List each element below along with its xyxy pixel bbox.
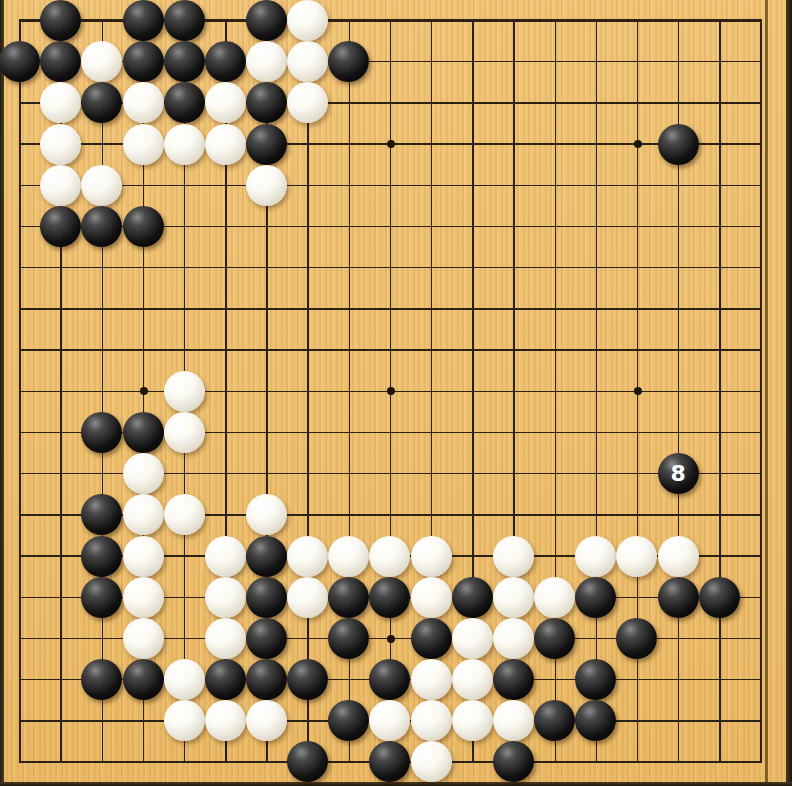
white-stone[interactable]	[287, 577, 328, 618]
white-stone[interactable]	[575, 536, 616, 577]
black-stone[interactable]	[205, 659, 246, 700]
black-stone[interactable]	[575, 700, 616, 741]
black-stone[interactable]	[40, 41, 81, 82]
move-number-label: 8	[670, 463, 685, 485]
white-stone[interactable]	[81, 41, 122, 82]
white-stone[interactable]	[205, 124, 246, 165]
white-stone[interactable]	[616, 536, 657, 577]
white-stone[interactable]	[411, 741, 452, 782]
white-stone[interactable]	[411, 700, 452, 741]
white-stone[interactable]	[246, 700, 287, 741]
black-stone[interactable]	[287, 741, 328, 782]
white-stone[interactable]	[452, 659, 493, 700]
white-stone[interactable]	[123, 618, 164, 659]
black-stone[interactable]	[123, 0, 164, 41]
white-stone[interactable]	[246, 41, 287, 82]
black-stone[interactable]	[616, 618, 657, 659]
go-board[interactable]: 8	[0, 0, 792, 786]
white-stone[interactable]	[123, 536, 164, 577]
white-stone[interactable]	[287, 82, 328, 123]
black-stone[interactable]	[493, 659, 534, 700]
black-stone[interactable]	[246, 659, 287, 700]
black-stone[interactable]	[534, 700, 575, 741]
black-stone[interactable]	[246, 536, 287, 577]
black-stone[interactable]	[452, 577, 493, 618]
black-stone[interactable]	[123, 41, 164, 82]
black-stone[interactable]	[411, 618, 452, 659]
black-stone[interactable]	[246, 577, 287, 618]
white-stone[interactable]	[534, 577, 575, 618]
white-stone[interactable]	[658, 536, 699, 577]
black-stone[interactable]	[123, 412, 164, 453]
black-stone[interactable]	[123, 659, 164, 700]
board-grid: 8	[0, 0, 781, 783]
black-stone[interactable]	[493, 741, 534, 782]
black-stone[interactable]	[40, 0, 81, 41]
black-stone[interactable]	[164, 82, 205, 123]
white-stone[interactable]	[123, 124, 164, 165]
black-stone[interactable]	[328, 41, 369, 82]
white-stone[interactable]	[123, 494, 164, 535]
white-stone[interactable]	[493, 577, 534, 618]
white-stone[interactable]	[205, 536, 246, 577]
black-stone[interactable]	[534, 618, 575, 659]
black-stone[interactable]	[369, 577, 410, 618]
white-stone[interactable]	[493, 536, 534, 577]
board-right-edge	[786, 0, 792, 786]
black-stone[interactable]	[328, 577, 369, 618]
go-board-screenshot: 8	[0, 0, 792, 786]
black-stone[interactable]	[81, 577, 122, 618]
white-stone[interactable]	[40, 165, 81, 206]
black-stone[interactable]	[287, 659, 328, 700]
black-stone[interactable]	[246, 0, 287, 41]
white-stone[interactable]	[493, 700, 534, 741]
white-stone[interactable]	[287, 41, 328, 82]
black-stone[interactable]	[369, 659, 410, 700]
white-stone[interactable]	[81, 165, 122, 206]
board-right-inner-edge	[765, 0, 768, 786]
white-stone[interactable]	[287, 0, 328, 41]
black-stone[interactable]: 8	[658, 453, 699, 494]
white-stone[interactable]	[40, 124, 81, 165]
white-stone[interactable]	[123, 453, 164, 494]
white-stone[interactable]	[369, 536, 410, 577]
white-stone[interactable]	[205, 577, 246, 618]
white-stone[interactable]	[411, 659, 452, 700]
black-stone[interactable]	[575, 577, 616, 618]
black-stone[interactable]	[328, 618, 369, 659]
black-stone[interactable]	[164, 41, 205, 82]
board-bottom-edge	[0, 782, 792, 786]
white-stone[interactable]	[164, 700, 205, 741]
white-stone[interactable]	[205, 82, 246, 123]
white-stone[interactable]	[164, 124, 205, 165]
white-stone[interactable]	[493, 618, 534, 659]
black-stone[interactable]	[575, 659, 616, 700]
white-stone[interactable]	[164, 659, 205, 700]
black-stone[interactable]	[123, 206, 164, 247]
black-stone[interactable]	[658, 124, 699, 165]
black-stone[interactable]	[81, 412, 122, 453]
white-stone[interactable]	[164, 412, 205, 453]
black-stone[interactable]	[0, 41, 40, 82]
black-stone[interactable]	[81, 206, 122, 247]
white-stone[interactable]	[287, 536, 328, 577]
black-stone[interactable]	[246, 124, 287, 165]
black-stone[interactable]	[658, 577, 699, 618]
white-stone[interactable]	[123, 82, 164, 123]
white-stone[interactable]	[411, 577, 452, 618]
black-stone[interactable]	[81, 659, 122, 700]
black-stone[interactable]	[81, 82, 122, 123]
white-stone[interactable]	[411, 536, 452, 577]
black-stone[interactable]	[164, 0, 205, 41]
black-stone[interactable]	[246, 618, 287, 659]
white-stone[interactable]	[246, 165, 287, 206]
black-stone[interactable]	[328, 700, 369, 741]
black-stone[interactable]	[81, 536, 122, 577]
black-stone[interactable]	[246, 82, 287, 123]
black-stone[interactable]	[81, 494, 122, 535]
white-stone[interactable]	[205, 700, 246, 741]
white-stone[interactable]	[452, 700, 493, 741]
white-stone[interactable]	[40, 82, 81, 123]
black-stone[interactable]	[369, 741, 410, 782]
black-stone[interactable]	[40, 206, 81, 247]
white-stone[interactable]	[205, 618, 246, 659]
white-stone[interactable]	[123, 577, 164, 618]
board-left-edge	[0, 0, 4, 786]
black-stone[interactable]	[205, 41, 246, 82]
white-stone[interactable]	[369, 700, 410, 741]
white-stone[interactable]	[452, 618, 493, 659]
white-stone[interactable]	[246, 494, 287, 535]
white-stone[interactable]	[164, 371, 205, 412]
white-stone[interactable]	[164, 494, 205, 535]
black-stone[interactable]	[699, 577, 740, 618]
white-stone[interactable]	[328, 536, 369, 577]
